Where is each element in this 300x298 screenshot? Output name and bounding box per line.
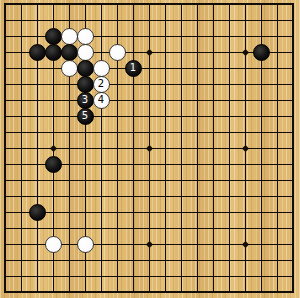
grid-line-vertical [197,3,198,293]
stone-black-move-1[interactable]: 1 [125,60,142,77]
grid-line-vertical [213,3,214,293]
stone-black[interactable] [61,44,78,61]
stone-black[interactable] [45,156,62,173]
stone-black[interactable] [253,44,270,61]
stone-black[interactable] [77,60,94,77]
star-point [145,144,152,151]
star-point [145,48,152,55]
star-point [241,240,248,247]
board-border-line [4,291,294,293]
stone-white-move-4[interactable]: 4 [93,92,110,109]
star-point [49,144,56,151]
stone-black[interactable] [77,76,94,93]
stone-black[interactable] [45,44,62,61]
grid-line-horizontal [4,212,294,213]
stone-black[interactable] [29,44,46,61]
stone-black-move-5[interactable]: 5 [77,108,94,125]
board-border-line [292,3,294,293]
grid-line-horizontal [4,180,294,181]
star-point [241,144,248,151]
stone-white[interactable] [61,28,78,45]
go-board[interactable]: 12345 [0,0,300,298]
grid-line-vertical [181,3,182,293]
grid-line-horizontal [4,276,294,277]
stone-white[interactable] [45,236,62,253]
stone-white[interactable] [109,44,126,61]
stone-white-move-2[interactable]: 2 [93,76,110,93]
grid-line-vertical [277,3,278,293]
grid-line-vertical [165,3,166,293]
stone-black-move-3[interactable]: 3 [77,92,94,109]
grid-line-horizontal [4,196,294,197]
grid-line-horizontal [4,260,294,261]
grid-line-vertical [229,3,230,293]
star-point [145,240,152,247]
stone-black[interactable] [45,28,62,45]
stone-white[interactable] [93,60,110,77]
stone-white[interactable] [61,60,78,77]
star-point [241,48,248,55]
grid-line-horizontal [4,228,294,229]
stone-black[interactable] [29,204,46,221]
stone-white[interactable] [77,44,94,61]
stone-white[interactable] [77,236,94,253]
stone-white[interactable] [77,28,94,45]
